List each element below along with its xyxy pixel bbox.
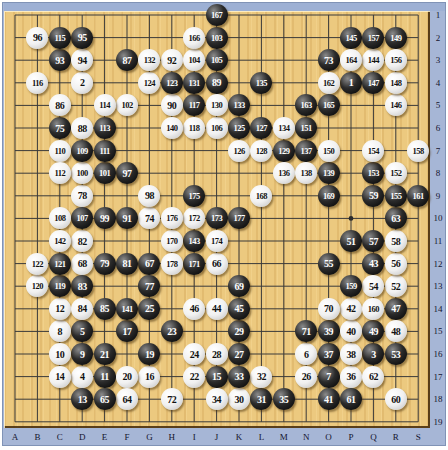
go-stone-black-F12: 81: [116, 253, 138, 275]
go-stone-white-D9: 78: [71, 185, 93, 207]
row-label-7: 7: [436, 146, 441, 155]
go-stone-black-P11: 51: [340, 230, 362, 252]
go-stone-black-G12: 67: [138, 253, 160, 275]
go-stone-black-I9: 175: [183, 185, 205, 207]
go-stone-white-R11: 58: [385, 230, 407, 252]
go-stone-white-D4: 2: [71, 72, 93, 94]
row-coordinates: 12345678910111213141516171819: [431, 11, 445, 428]
column-label-N: N: [303, 433, 310, 442]
column-label-R: R: [393, 433, 399, 442]
go-stone-white-Q17: 62: [362, 366, 384, 388]
go-stone-black-J17: 15: [206, 366, 228, 388]
go-stone-black-O17: 7: [318, 366, 340, 388]
row-label-3: 3: [436, 56, 441, 65]
go-stone-black-M18: 35: [273, 388, 295, 410]
go-stone-white-C11: 142: [49, 230, 71, 252]
go-stone-white-S7: 158: [407, 140, 429, 162]
go-stone-black-D7: 109: [71, 140, 93, 162]
go-stone-black-P4: 1: [340, 72, 362, 94]
go-stone-white-H11: 170: [161, 230, 183, 252]
go-stone-white-J6: 106: [206, 117, 228, 139]
column-label-F: F: [124, 433, 129, 442]
go-stone-black-Q12: 43: [362, 253, 384, 275]
go-stone-black-C12: 121: [49, 253, 71, 275]
go-stone-white-R4: 148: [385, 72, 407, 94]
column-label-A: A: [12, 433, 19, 442]
go-stone-black-O18: 41: [318, 388, 340, 410]
go-board[interactable]: 1234567891011121314151617192021222324252…: [4, 11, 430, 428]
go-stone-white-P16: 38: [340, 343, 362, 365]
go-stone-black-D2: 95: [71, 27, 93, 49]
go-stone-black-C13: 119: [49, 275, 71, 297]
row-label-6: 6: [436, 124, 441, 133]
go-stone-black-J4: 89: [206, 72, 228, 94]
go-stone-black-K17: 33: [228, 366, 250, 388]
row-label-10: 10: [434, 214, 443, 223]
go-stone-black-S9: 161: [407, 185, 429, 207]
go-stone-white-P14: 42: [340, 298, 362, 320]
go-stone-black-C3: 93: [49, 49, 71, 71]
column-label-L: L: [259, 433, 265, 442]
go-stone-white-G17: 16: [138, 366, 160, 388]
row-label-17: 17: [434, 372, 443, 381]
go-stone-white-L7: 128: [250, 140, 272, 162]
board-frame: 1234567891011121314151617192021222324252…: [2, 2, 446, 446]
go-stone-white-R13: 52: [385, 275, 407, 297]
row-label-13: 13: [434, 282, 443, 291]
go-stone-white-O7: 150: [318, 140, 340, 162]
go-stone-black-C6: 75: [49, 117, 71, 139]
go-stone-white-I14: 46: [183, 298, 205, 320]
go-stone-black-R14: 47: [385, 298, 407, 320]
row-label-4: 4: [436, 78, 441, 87]
go-stone-white-D14: 84: [71, 298, 93, 320]
go-stone-white-D17: 4: [71, 366, 93, 388]
go-stone-black-O16: 37: [318, 343, 340, 365]
go-stone-white-C8: 112: [49, 162, 71, 184]
column-label-O: O: [325, 433, 332, 442]
go-stone-white-C17: 14: [49, 366, 71, 388]
go-stone-black-I12: 171: [183, 253, 205, 275]
go-stone-black-R9: 155: [385, 185, 407, 207]
go-stone-black-R2: 149: [385, 27, 407, 49]
column-label-H: H: [169, 433, 176, 442]
go-stone-white-B12: 122: [26, 253, 48, 275]
go-stone-white-B2: 96: [26, 27, 48, 49]
go-stone-white-I2: 166: [183, 27, 205, 49]
row-label-14: 14: [434, 304, 443, 313]
column-label-S: S: [416, 433, 421, 442]
go-stone-white-L17: 32: [250, 366, 272, 388]
go-stone-black-J1: 167: [206, 4, 228, 26]
go-game-viewer: 1234567891011121314151617192021222324252…: [0, 0, 448, 450]
go-stone-white-C16: 10: [49, 343, 71, 365]
go-stone-black-O12: 55: [318, 253, 340, 275]
column-label-J: J: [215, 433, 219, 442]
go-stone-black-F14: 141: [116, 298, 138, 320]
go-stone-white-N17: 26: [295, 366, 317, 388]
go-stone-black-R16: 53: [385, 343, 407, 365]
go-stone-white-O4: 162: [318, 72, 340, 94]
row-label-15: 15: [434, 327, 443, 336]
go-stone-white-H3: 92: [161, 49, 183, 71]
go-stone-white-P17: 36: [340, 366, 362, 388]
go-stone-white-J12: 66: [206, 253, 228, 275]
go-stone-black-E16: 21: [94, 343, 116, 365]
go-stone-white-K7: 126: [228, 140, 250, 162]
row-label-11: 11: [434, 237, 443, 246]
go-stone-black-O5: 165: [318, 94, 340, 116]
go-stone-black-H4: 123: [161, 72, 183, 94]
go-stone-black-O9: 169: [318, 185, 340, 207]
go-stone-black-O3: 73: [318, 49, 340, 71]
row-label-8: 8: [436, 169, 441, 178]
go-stone-white-F17: 20: [116, 366, 138, 388]
go-stone-black-O8: 139: [318, 162, 340, 184]
go-stone-black-M7: 129: [273, 140, 295, 162]
go-stone-white-C14: 12: [49, 298, 71, 320]
column-label-E: E: [102, 433, 108, 442]
column-label-G: G: [146, 433, 153, 442]
go-stone-black-K6: 125: [228, 117, 250, 139]
go-stone-white-J18: 34: [206, 388, 228, 410]
go-stone-black-E7: 111: [94, 140, 116, 162]
row-label-1: 1: [436, 11, 441, 20]
go-stone-black-Q2: 157: [362, 27, 384, 49]
go-stone-white-M6: 134: [273, 117, 295, 139]
column-coordinates: ABCDEFGHIJKLMNOPQRS: [4, 429, 430, 444]
go-stone-white-C7: 110: [49, 140, 71, 162]
column-label-K: K: [236, 433, 243, 442]
row-label-19: 19: [434, 417, 443, 426]
go-stone-black-J3: 105: [206, 49, 228, 71]
go-stone-black-K16: 27: [228, 343, 250, 365]
go-stone-white-E5: 114: [94, 94, 116, 116]
go-stone-white-J14: 44: [206, 298, 228, 320]
go-stone-white-J11: 174: [206, 230, 228, 252]
go-stone-white-H6: 140: [161, 117, 183, 139]
go-stone-white-Q7: 154: [362, 140, 384, 162]
column-label-Q: Q: [370, 433, 377, 442]
column-label-I: I: [193, 433, 196, 442]
row-label-12: 12: [434, 259, 443, 268]
go-stone-white-R18: 60: [385, 388, 407, 410]
go-stone-black-E14: 85: [94, 298, 116, 320]
go-stone-white-R8: 152: [385, 162, 407, 184]
go-stone-black-E6: 113: [94, 117, 116, 139]
go-stone-white-M8: 136: [273, 162, 295, 184]
column-label-D: D: [79, 433, 86, 442]
go-stone-white-D12: 68: [71, 253, 93, 275]
column-label-B: B: [34, 433, 40, 442]
column-label-M: M: [280, 433, 288, 442]
go-stone-white-H18: 72: [161, 388, 183, 410]
go-stone-white-R12: 56: [385, 253, 407, 275]
row-label-5: 5: [436, 101, 441, 110]
go-stone-white-I17: 22: [183, 366, 205, 388]
go-stone-white-R3: 156: [385, 49, 407, 71]
go-stone-white-J16: 28: [206, 343, 228, 365]
go-stone-black-J10: 173: [206, 207, 228, 229]
go-stone-black-K14: 45: [228, 298, 250, 320]
go-stone-black-E18: 65: [94, 388, 116, 410]
go-stone-white-H12: 178: [161, 253, 183, 275]
row-label-18: 18: [434, 395, 443, 404]
go-stone-black-E8: 101: [94, 162, 116, 184]
go-stone-black-O15: 39: [318, 320, 340, 342]
row-label-9: 9: [436, 191, 441, 200]
go-stone-black-J2: 103: [206, 27, 228, 49]
row-label-2: 2: [436, 33, 441, 42]
star-point: [349, 216, 354, 221]
column-label-C: C: [57, 433, 63, 442]
column-label-P: P: [348, 433, 353, 442]
go-stone-black-C2: 115: [49, 27, 71, 49]
go-stone-black-I4: 131: [183, 72, 205, 94]
go-stone-black-E12: 79: [94, 253, 116, 275]
go-stone-black-E17: 11: [94, 366, 116, 388]
go-stone-white-O14: 70: [318, 298, 340, 320]
go-stone-black-E10: 99: [94, 207, 116, 229]
row-label-16: 16: [434, 350, 443, 359]
go-stone-black-N7: 137: [295, 140, 317, 162]
go-stone-white-J5: 130: [206, 94, 228, 116]
go-stone-black-P2: 145: [340, 27, 362, 49]
